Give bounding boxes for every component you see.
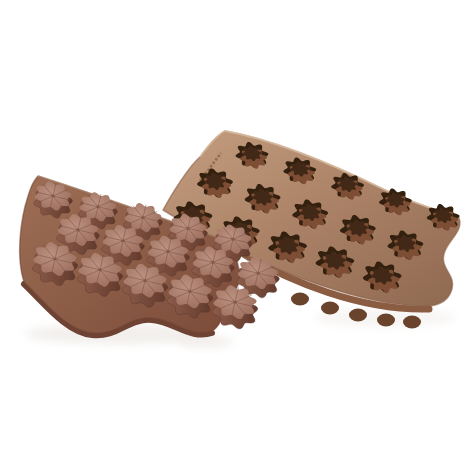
flower-center — [231, 237, 235, 241]
flower-center — [188, 290, 192, 294]
scene-svg — [0, 0, 470, 470]
flower-center — [96, 205, 100, 209]
flower-center — [186, 227, 190, 231]
flower-center — [233, 300, 237, 304]
flower-center — [141, 216, 145, 220]
flower-center — [98, 268, 102, 272]
flower-center — [53, 257, 57, 261]
cavity-bump — [349, 309, 367, 322]
flower-center — [76, 228, 80, 232]
flower-center — [211, 261, 215, 265]
cavity-bump — [321, 302, 339, 315]
flower-center — [143, 279, 147, 283]
flower-center — [256, 271, 260, 275]
flower-center — [51, 194, 55, 198]
flower-center — [121, 239, 125, 243]
cavity-bump — [377, 314, 395, 327]
cavity-bump — [403, 316, 421, 329]
cavity-bump — [291, 293, 309, 306]
product-photo — [0, 0, 470, 470]
flower-center — [166, 250, 170, 254]
shadow-under-front-mold-right — [177, 336, 233, 348]
